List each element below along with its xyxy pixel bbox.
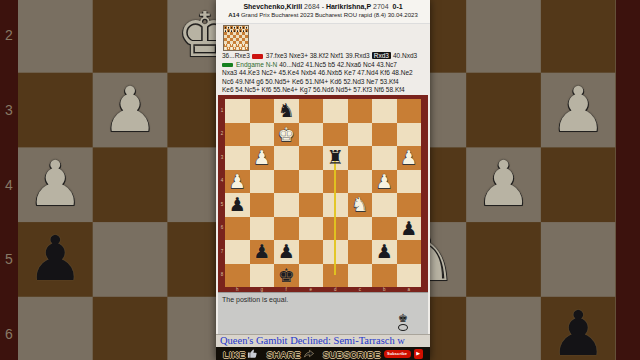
board-square-a5[interactable] bbox=[397, 193, 422, 217]
share-arrow-icon[interactable] bbox=[303, 345, 315, 360]
board-square-g4[interactable] bbox=[250, 170, 275, 194]
move-line: 36...Rxe337.fxe3 Nxe3+ 38.Kf2 Nxf1 39.Rx… bbox=[222, 52, 430, 61]
board-square-d1[interactable] bbox=[323, 99, 348, 123]
board-frame: ♞♚♟♜♟♟♟♟♞♟♟♟♟♚12345678hgfedcba bbox=[218, 95, 428, 292]
move-token[interactable]: 36...Rxe3 bbox=[222, 52, 250, 59]
event-details: Grand Prix Bucharest 2023 Bucharest ROU … bbox=[241, 12, 418, 18]
annotation-text: The position is equal. bbox=[222, 296, 424, 303]
piece-white-pawn-g3[interactable]: ♟ bbox=[250, 146, 275, 170]
move-token[interactable]: Nc6 49.Nf4 g6 50.Nd5+ Ke6 51.Nf4+ Kd6 52… bbox=[222, 78, 399, 85]
move-token[interactable]: 37.fxe3 Nxe3+ 38.Kf2 Nxf1 39.Rxd3 bbox=[266, 52, 370, 59]
board-square-d2[interactable] bbox=[323, 123, 348, 147]
rank-coordinate: 2 bbox=[220, 131, 225, 136]
board-square-g2[interactable] bbox=[250, 123, 275, 147]
board-square-e1[interactable] bbox=[299, 99, 324, 123]
board-square-g6[interactable] bbox=[250, 217, 275, 241]
board-square-b3[interactable] bbox=[372, 146, 397, 170]
board-square-f6[interactable] bbox=[274, 217, 299, 241]
piece-black-pawn-a6[interactable]: ♟ bbox=[397, 217, 422, 241]
current-move[interactable]: Rxd3 bbox=[372, 52, 391, 59]
piece-black-pawn-b7[interactable]: ♟ bbox=[372, 240, 397, 264]
file-coordinate: c bbox=[348, 287, 373, 292]
annotation-badge-red[interactable] bbox=[252, 54, 263, 59]
thumbnail-white-pieces bbox=[224, 43, 248, 50]
move-token[interactable]: Ke6 54.Nc5+ Kf6 55.Ne4+ Kg7 56.Nd6 Nd5+ … bbox=[222, 86, 405, 93]
game-header: Shevchenko,Kirill 2684 - Harikrishna,P 2… bbox=[216, 0, 430, 24]
move-token[interactable]: 40...Nd2 41.Nc5 b5 42.Nxa6 Nc4 43.Nc7 bbox=[279, 61, 397, 68]
youtube-icon[interactable]: ▶ bbox=[414, 349, 424, 359]
move-line: Ke6 54.Nc5+ Kf6 55.Ne4+ Kg7 56.Nd6 Nd5+ … bbox=[222, 86, 430, 95]
board-square-c2[interactable] bbox=[348, 123, 373, 147]
piece-black-pawn-f7[interactable]: ♟ bbox=[274, 240, 299, 264]
board-square-g8[interactable] bbox=[250, 264, 275, 288]
board-square-h2[interactable] bbox=[225, 123, 250, 147]
board-square-b5[interactable] bbox=[372, 193, 397, 217]
board-square-h7[interactable] bbox=[225, 240, 250, 264]
file-coordinate: b bbox=[372, 287, 397, 292]
video-frame: ♚♟♟♟♟♟♞♟23456 Shevchenko,Kirill 2684 - H… bbox=[0, 0, 640, 360]
board-square-f4[interactable] bbox=[274, 170, 299, 194]
move-token[interactable]: Nxa3 44.Ke3 Nc2+ 45.Ke4 Nxb4 46.Nxb5 Ke7… bbox=[222, 69, 413, 76]
white-player-elo: 2684 bbox=[304, 3, 320, 10]
board-square-a7[interactable] bbox=[397, 240, 422, 264]
piece-white-pawn-h4[interactable]: ♟ bbox=[225, 170, 250, 194]
rank-coordinate: 4 bbox=[220, 178, 225, 183]
annotation-panel: The position is equal. ♚ bbox=[218, 292, 428, 334]
like-button[interactable]: LIKE bbox=[223, 349, 245, 360]
board-square-c6[interactable] bbox=[348, 217, 373, 241]
subscribe-pill-button[interactable]: Subscribe bbox=[384, 350, 411, 358]
piece-white-knight-c5[interactable]: ♞ bbox=[348, 193, 373, 217]
chess-board[interactable]: ♞♚♟♜♟♟♟♟♞♟♟♟♟♚12345678hgfedcba bbox=[225, 99, 421, 287]
board-square-a4[interactable] bbox=[397, 170, 422, 194]
black-player-name: Harikrishna,P bbox=[326, 3, 371, 10]
game-thumbnail-board[interactable] bbox=[223, 25, 249, 51]
rank-coordinate: 8 bbox=[220, 272, 225, 277]
endgame-tag[interactable]: Endgame N-N bbox=[236, 61, 277, 68]
file-coordinate: f bbox=[274, 287, 299, 292]
board-square-e8[interactable] bbox=[299, 264, 324, 288]
board-square-a1[interactable] bbox=[397, 99, 422, 123]
piece-black-king-f8[interactable]: ♚ bbox=[274, 264, 299, 288]
file-coordinate: e bbox=[299, 287, 324, 292]
players-line: Shevchenko,Kirill 2684 - Harikrishna,P 2… bbox=[216, 0, 430, 10]
piece-black-pawn-g7[interactable]: ♟ bbox=[250, 240, 275, 264]
board-square-g1[interactable] bbox=[250, 99, 275, 123]
black-player-elo: 2704 bbox=[373, 3, 389, 10]
board-square-h1[interactable] bbox=[225, 99, 250, 123]
piece-black-knight-f1[interactable]: ♞ bbox=[274, 99, 299, 123]
board-square-c8[interactable] bbox=[348, 264, 373, 288]
piece-black-pawn-h5[interactable]: ♟ bbox=[225, 193, 250, 217]
piece-white-pawn-b4[interactable]: ♟ bbox=[372, 170, 397, 194]
last-move-arrow bbox=[334, 158, 336, 276]
rank-coordinate: 3 bbox=[220, 155, 225, 160]
board-square-e5[interactable] bbox=[299, 193, 324, 217]
board-square-f3[interactable] bbox=[274, 146, 299, 170]
chess-app-panel: Shevchenko,Kirill 2684 - Harikrishna,P 2… bbox=[216, 0, 430, 360]
board-square-c4[interactable] bbox=[348, 170, 373, 194]
subscribe-label[interactable]: SUBSCRIBE bbox=[323, 349, 381, 360]
file-coordinate: h bbox=[225, 287, 250, 292]
move-line: Nc6 49.Nf4 g6 50.Nd5+ Ke6 51.Nf4+ Kd6 52… bbox=[222, 78, 430, 87]
board-square-h8[interactable] bbox=[225, 264, 250, 288]
eco-code: A14 bbox=[228, 12, 239, 18]
file-coordinate: d bbox=[323, 287, 348, 292]
move-line: Endgame N-N40...Nd2 41.Nc5 b5 42.Nxa6 Nc… bbox=[222, 61, 430, 70]
board-square-b2[interactable] bbox=[372, 123, 397, 147]
board-square-a2[interactable] bbox=[397, 123, 422, 147]
board-square-a8[interactable] bbox=[397, 264, 422, 288]
thumbnail-black-pieces bbox=[224, 26, 248, 33]
thumbnail-row bbox=[216, 24, 430, 50]
piece-white-pawn-a3[interactable]: ♟ bbox=[397, 146, 422, 170]
board-square-e4[interactable] bbox=[299, 170, 324, 194]
action-bar: LIKE SHARE SUBSCRIBE Subscribe ▶ bbox=[216, 347, 430, 360]
rank-coordinate: 1 bbox=[220, 108, 225, 113]
annotation-badge-green[interactable] bbox=[222, 63, 233, 68]
board-square-c7[interactable] bbox=[348, 240, 373, 264]
players-separator: - bbox=[322, 3, 324, 10]
board-square-c3[interactable] bbox=[348, 146, 373, 170]
move-list: 36...Rxe337.fxe3 Nxe3+ 38.Kf2 Nxf1 39.Rx… bbox=[216, 50, 430, 95]
move-token[interactable]: 40.Nxd3 bbox=[393, 52, 417, 59]
event-line: A14 Grand Prix Bucharest 2023 Bucharest … bbox=[216, 12, 430, 18]
move-line: Nxa3 44.Ke3 Nc2+ 45.Ke4 Nxb4 46.Nxb5 Ke7… bbox=[222, 69, 430, 78]
board-square-c1[interactable] bbox=[348, 99, 373, 123]
board-square-e6[interactable] bbox=[299, 217, 324, 241]
file-coordinate: g bbox=[250, 287, 275, 292]
piece-white-king-f2[interactable]: ♚ bbox=[274, 123, 299, 147]
board-square-b6[interactable] bbox=[372, 217, 397, 241]
board-square-h3[interactable] bbox=[225, 146, 250, 170]
file-coordinate: a bbox=[397, 287, 422, 292]
game-result: 0-1 bbox=[392, 3, 402, 10]
piece-black-rook-d3[interactable]: ♜ bbox=[323, 146, 348, 170]
rank-coordinate: 6 bbox=[220, 225, 225, 230]
board-square-g5[interactable] bbox=[250, 193, 275, 217]
board-square-e2[interactable] bbox=[299, 123, 324, 147]
board-square-b8[interactable] bbox=[372, 264, 397, 288]
board-square-e3[interactable] bbox=[299, 146, 324, 170]
share-button[interactable]: SHARE bbox=[266, 349, 300, 360]
board-square-b1[interactable] bbox=[372, 99, 397, 123]
board-square-f5[interactable] bbox=[274, 193, 299, 217]
thumbs-up-icon[interactable] bbox=[247, 345, 258, 360]
rank-coordinate: 5 bbox=[220, 202, 225, 207]
board-square-h6[interactable] bbox=[225, 217, 250, 241]
white-player-name: Shevchenko,Kirill bbox=[243, 3, 302, 10]
board-square-e7[interactable] bbox=[299, 240, 324, 264]
rank-coordinate: 7 bbox=[220, 249, 225, 254]
engine-king-icon[interactable]: ♚ bbox=[396, 314, 410, 331]
